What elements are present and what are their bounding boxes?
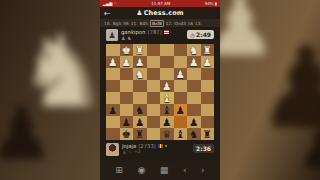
menu-grid-icon[interactable]: ⊞ (115, 166, 123, 175)
piece-bP: ♟ (122, 116, 131, 128)
square-a1[interactable]: ♜ (201, 44, 215, 56)
square-g6[interactable] (120, 104, 134, 116)
player-time: 2:36 (196, 145, 211, 152)
piece-bP: ♟ (189, 116, 198, 128)
square-a7[interactable] (201, 116, 215, 128)
avatar-pawn-icon: ♟ (108, 31, 115, 40)
piece-wP: ♟ (203, 56, 212, 68)
move-item[interactable]: c6 (188, 21, 193, 26)
move-item[interactable]: Bxf8 (150, 20, 164, 27)
move-item[interactable]: 10. (104, 21, 111, 26)
background-pawn-icon: ♟ (296, 116, 320, 178)
square-a4[interactable] (201, 80, 215, 92)
square-g7[interactable]: ♟ (120, 116, 134, 128)
square-e2[interactable] (147, 56, 161, 68)
piece-bB: ♝ (176, 128, 185, 140)
square-f3[interactable]: ♞ (133, 68, 147, 80)
square-e4[interactable] (147, 80, 161, 92)
square-f7[interactable]: ♟ (133, 116, 147, 128)
opponent-avatar[interactable]: ♟ (106, 29, 118, 41)
status-bar: ▂▄▆ ◠ 11:57 AM 94% ▮ (100, 0, 220, 7)
status-time: 11:57 AM (151, 1, 170, 6)
chess-app-window: ▂▄▆ ◠ 11:57 AM 94% ▮ ← ♟ Chess.com 10.Bg… (100, 0, 220, 180)
square-b8[interactable]: ♞ (187, 128, 201, 140)
square-b1[interactable]: ♞ (187, 44, 201, 56)
square-a8[interactable]: ♜ (201, 128, 215, 140)
piece-bN: ♞ (135, 104, 144, 116)
bottom-nav: ⊞◉▦‹› (100, 161, 220, 180)
move-item[interactable]: 12. (166, 21, 173, 26)
piece-wR: ♜ (203, 44, 212, 56)
square-h8[interactable] (106, 128, 120, 140)
square-h3[interactable] (106, 68, 120, 80)
square-a2[interactable]: ♟ (201, 56, 215, 68)
square-h7[interactable] (106, 116, 120, 128)
square-c7[interactable] (174, 116, 188, 128)
piece-wN: ♞ (189, 44, 198, 56)
square-e1[interactable] (147, 44, 161, 56)
background-pawn-icon: ♟ (0, 96, 54, 170)
piece-wP: ♟ (176, 68, 185, 80)
square-h5[interactable] (106, 92, 120, 104)
piece-bB: ♝ (162, 104, 171, 116)
analysis-board-icon[interactable]: ▦ (160, 166, 169, 175)
move-list[interactable]: 10.Bg5h611.Bd5Bxf812.Qxd3c613. (100, 19, 220, 27)
online-dot-icon (165, 145, 168, 148)
opponent-bar: ♟ gankipon (787) ♟ ♞ ◷ 2:49 (100, 27, 220, 44)
square-b4[interactable] (187, 80, 201, 92)
captured-pieces: ♟ ♞ (121, 36, 132, 41)
square-e7[interactable] (147, 116, 161, 128)
square-h1[interactable] (106, 44, 120, 56)
square-c6[interactable]: ♟ (174, 104, 188, 116)
piece-wP: ♟ (162, 80, 171, 92)
square-f6[interactable]: ♞ (133, 104, 147, 116)
square-f1[interactable]: ♜ (133, 44, 147, 56)
square-e5[interactable] (147, 92, 161, 104)
logo-pawn-icon: ♟ (136, 9, 142, 17)
screen: ♞ ♟ ♟ ♟ ♟ ▂▄▆ ◠ 11:57 AM 94% ▮ ← ♟ Chess… (0, 0, 320, 180)
move-item[interactable]: 11. (131, 21, 138, 26)
square-h6[interactable]: ♟ (106, 104, 120, 116)
piece-bP: ♟ (176, 104, 185, 116)
player-captured-tray: ♙ ♘ +2 (122, 150, 190, 155)
move-item[interactable]: Bg5 (113, 21, 121, 26)
square-b2[interactable]: ♟ (187, 56, 201, 68)
piece-bR: ♜ (135, 128, 144, 140)
square-f5[interactable] (133, 92, 147, 104)
piece-bR: ♜ (203, 128, 212, 140)
piece-bQ: ♛ (162, 128, 171, 140)
square-d1[interactable] (160, 44, 174, 56)
piece-wR: ♜ (135, 44, 144, 56)
back-arrow-icon[interactable]: ← (104, 9, 120, 18)
piece-wN: ♞ (135, 68, 144, 80)
square-c5[interactable] (174, 92, 188, 104)
forward-move-icon[interactable]: › (201, 166, 205, 175)
chess-board[interactable]: ♚♜♞♜♟♟♟♟♟♞♟♟♝♟♞♝♟♟♟♟♟♚♜♛♝♞♜ (106, 44, 214, 140)
chesscom-logo: ♟ Chess.com (120, 9, 200, 17)
app-header: ← ♟ Chess.com (100, 7, 220, 19)
piece-bN: ♞ (189, 128, 198, 140)
square-a3[interactable] (201, 68, 215, 80)
square-d5[interactable]: ♝ (160, 92, 174, 104)
move-item[interactable]: Qxd3 (175, 21, 186, 26)
piece-wP: ♟ (122, 56, 131, 68)
opponent-clock: ◷ 2:49 (187, 30, 214, 39)
captured-pieces: ♙ ♘ (122, 150, 133, 155)
square-e8[interactable] (147, 128, 161, 140)
square-b7[interactable]: ♟ (187, 116, 201, 128)
signal-wifi-icon: ▂▄▆ ◠ (103, 1, 117, 6)
opponent-rating: (787) (147, 29, 161, 35)
square-h2[interactable]: ♟ (106, 56, 120, 68)
player-avatar[interactable] (106, 143, 119, 156)
square-g4[interactable] (120, 80, 134, 92)
square-c4[interactable] (174, 80, 188, 92)
square-g8[interactable]: ♚ (120, 128, 134, 140)
square-g1[interactable]: ♚ (120, 44, 134, 56)
piece-bK: ♚ (122, 128, 131, 140)
square-g3[interactable] (120, 68, 134, 80)
piece-bP: ♟ (108, 104, 117, 116)
square-b3[interactable] (187, 68, 201, 80)
square-c8[interactable]: ♝ (174, 128, 188, 140)
move-item[interactable]: 13. (195, 21, 202, 26)
square-d8[interactable]: ♛ (160, 128, 174, 140)
move-item[interactable]: Bd5 (140, 21, 148, 26)
record-dot-icon[interactable]: ◉ (137, 166, 145, 175)
square-c3[interactable]: ♟ (174, 68, 188, 80)
square-f8[interactable]: ♜ (133, 128, 147, 140)
square-f2[interactable]: ♟ (133, 56, 147, 68)
piece-bP: ♟ (162, 116, 171, 128)
square-d6[interactable]: ♝ (160, 104, 174, 116)
square-e3[interactable] (147, 68, 161, 80)
square-f4[interactable] (133, 80, 147, 92)
piece-wB: ♝ (162, 92, 171, 104)
square-a6[interactable] (201, 104, 215, 116)
back-move-icon[interactable]: ‹ (183, 166, 187, 175)
square-c1[interactable] (174, 44, 188, 56)
battery-icon: 94% ▮ (205, 1, 217, 6)
clock-icon: ◷ (190, 32, 194, 38)
player-bar: Jojaja (2733) ♙ ♘ +2 2:36 (100, 140, 220, 161)
square-c2[interactable] (174, 56, 188, 68)
opponent-time: 2:49 (196, 31, 211, 38)
player-flag-icon (158, 144, 163, 148)
square-d3[interactable] (160, 68, 174, 80)
opponent-captured-tray: ♟ ♞ (121, 36, 184, 41)
square-d4[interactable]: ♟ (160, 80, 174, 92)
square-a5[interactable] (201, 92, 215, 104)
piece-wP: ♟ (135, 56, 144, 68)
opponent-flag-icon (164, 30, 169, 34)
square-b5[interactable] (187, 92, 201, 104)
square-b6[interactable] (187, 104, 201, 116)
square-g2[interactable]: ♟ (120, 56, 134, 68)
piece-bP: ♟ (135, 116, 144, 128)
player-rating: (2733) (138, 143, 156, 149)
square-g5[interactable] (120, 92, 134, 104)
square-h4[interactable] (106, 80, 120, 92)
piece-wP: ♟ (108, 56, 117, 68)
square-d2[interactable] (160, 56, 174, 68)
piece-wP: ♟ (189, 56, 198, 68)
logo-text: Chess.com (144, 9, 184, 17)
square-d7[interactable]: ♟ (160, 116, 174, 128)
material-advantage: +2 (134, 150, 141, 155)
piece-wK: ♚ (122, 44, 131, 56)
move-item[interactable]: h6 (123, 21, 128, 26)
square-e6[interactable] (147, 104, 161, 116)
player-clock: 2:36 (193, 144, 214, 153)
